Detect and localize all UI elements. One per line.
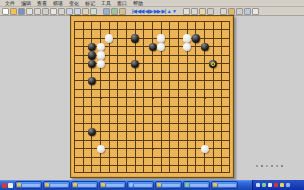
white-stone-D15	[96, 51, 104, 59]
menu-item-7[interactable]: 窗口	[114, 0, 130, 6]
edit-mode-icon[interactable]	[103, 8, 110, 15]
taskbar-button-text	[78, 184, 96, 187]
quick-launch	[0, 183, 15, 188]
variation-up-icon[interactable]: ▲	[167, 8, 171, 15]
menu-item-5[interactable]: 标记	[82, 0, 98, 6]
new-file-icon[interactable]	[2, 8, 9, 15]
black-stone-H14	[131, 60, 139, 68]
variation-down-icon[interactable]: ▼	[172, 8, 176, 15]
black-stone-C12	[88, 77, 96, 85]
tray-icon-3[interactable]	[268, 183, 272, 187]
forward-10-moves-icon[interactable]: ▶▶	[154, 8, 161, 15]
folder-yellow-icon	[157, 183, 161, 187]
tray-icon-2[interactable]	[262, 183, 266, 187]
white-stone-D14	[96, 60, 104, 68]
taskbar-button-text	[22, 184, 40, 187]
copy-icon[interactable]	[50, 8, 57, 15]
white-stone-D16	[96, 43, 104, 51]
taskbar-button-text	[134, 184, 152, 187]
menu-item-6[interactable]: 工具	[98, 0, 114, 6]
black-stone-R14	[209, 60, 217, 68]
folder-yellow-icon	[101, 183, 105, 187]
score-icon[interactable]	[199, 8, 206, 15]
black-stone-O17	[192, 34, 200, 42]
menu-item-4[interactable]: 变化	[66, 0, 82, 6]
forward-one-move-icon[interactable]: ▶	[149, 8, 152, 15]
letter-mode-icon[interactable]	[119, 8, 126, 15]
white-stone-E17	[105, 34, 113, 42]
white-stone-Q4	[200, 144, 208, 152]
board-overlay	[74, 21, 231, 174]
taskbar-button-text	[190, 184, 208, 187]
taskbar-button-text	[106, 184, 124, 187]
taskbar-button-1[interactable]	[43, 181, 70, 189]
preview-icon[interactable]	[34, 8, 41, 15]
desktop-strip-dot	[276, 165, 278, 167]
app-blue-icon	[129, 183, 133, 187]
toolbar-group-navigation: |◀◀◀◀▶▶▶▶|▲▼	[132, 8, 178, 15]
white-stone-L17	[157, 34, 165, 42]
back-one-move-icon[interactable]: ◀	[145, 8, 148, 15]
sound-icon[interactable]	[236, 8, 243, 15]
taskbar-button-text	[162, 184, 180, 187]
menu-item-0[interactable]: 文件	[2, 0, 18, 6]
star-point	[152, 148, 154, 150]
last-move-marker	[211, 62, 215, 66]
black-stone-K16	[148, 43, 156, 51]
redo-icon[interactable]	[74, 8, 81, 15]
options-icon[interactable]	[220, 8, 227, 15]
tray-icon-6[interactable]	[286, 183, 290, 187]
folder-yellow-icon	[73, 183, 77, 187]
black-stone-H17	[131, 34, 139, 42]
white-stone-D4	[96, 144, 104, 152]
menu-item-2[interactable]: 查看	[34, 0, 50, 6]
app-green-icon	[185, 183, 189, 187]
menu-item-1[interactable]: 编辑	[18, 0, 34, 6]
taskbar-button-4[interactable]	[127, 181, 154, 189]
menu-item-3[interactable]: 棋谱	[50, 0, 66, 6]
star-point	[204, 97, 206, 99]
pass-icon[interactable]	[183, 8, 190, 15]
taskbar-button-7[interactable]	[211, 181, 238, 189]
desktop-strip-dot	[261, 165, 263, 167]
taskbar	[0, 180, 304, 190]
count-icon[interactable]	[191, 8, 198, 15]
move-tree-icon[interactable]	[90, 8, 97, 15]
undo-icon[interactable]	[66, 8, 73, 15]
taskbar-button-6[interactable]	[183, 181, 210, 189]
clock-icon[interactable]	[207, 8, 214, 15]
taskbar-button-text	[218, 184, 236, 187]
desktop-strip-dot	[281, 165, 283, 167]
black-stone-C14	[88, 60, 96, 68]
tray-icon-5[interactable]	[280, 183, 284, 187]
go-board[interactable]	[70, 15, 234, 178]
desktop-strip	[256, 164, 302, 168]
quicklaunch-red-icon[interactable]	[2, 183, 7, 188]
black-stone-C6	[88, 128, 96, 136]
about-icon[interactable]	[244, 8, 251, 15]
menu-bar: 文件编辑查看棋谱变化标记工具窗口帮助	[0, 0, 304, 7]
white-stone-N16	[183, 43, 191, 51]
game-info-icon[interactable]	[82, 8, 89, 15]
taskbar-button-text	[50, 184, 68, 187]
quicklaunch-white-icon[interactable]	[8, 183, 13, 188]
print-icon[interactable]	[26, 8, 33, 15]
save-icon[interactable]	[18, 8, 25, 15]
folder-yellow-icon	[213, 183, 217, 187]
taskbar-button-2[interactable]	[71, 181, 98, 189]
goto-end-icon[interactable]: ▶|	[161, 8, 165, 15]
screen: 文件编辑查看棋谱变化标记工具窗口帮助 |◀◀◀◀▶▶▶▶|▲▼	[0, 0, 304, 190]
toolbar-group-tools	[183, 8, 215, 15]
taskbar-button-5[interactable]	[155, 181, 182, 189]
desktop-strip-dot	[256, 165, 258, 167]
toolbar-group-mode	[103, 8, 127, 15]
white-stone-N17	[183, 34, 191, 42]
back-10-moves-icon[interactable]: ◀◀	[137, 8, 144, 15]
taskbar-button-3[interactable]	[99, 181, 126, 189]
folder-yellow-icon	[17, 183, 21, 187]
system-tray	[252, 180, 304, 190]
toolbar-group-misc	[220, 8, 260, 15]
star-point	[152, 97, 154, 99]
mark-mode-icon[interactable]	[111, 8, 118, 15]
tray-icon-1[interactable]	[256, 183, 260, 187]
desktop-strip-dot	[271, 165, 273, 167]
menu-item-8[interactable]: 帮助	[130, 0, 146, 6]
open-folder-icon[interactable]	[10, 8, 17, 15]
task-buttons	[15, 181, 250, 189]
black-stone-C16	[88, 43, 96, 51]
folder-yellow-icon	[45, 183, 49, 187]
black-stone-C15	[88, 51, 96, 59]
taskbar-button-0[interactable]	[15, 181, 42, 189]
desktop-strip-dot	[266, 165, 268, 167]
paste-icon[interactable]	[58, 8, 65, 15]
cut-icon[interactable]	[42, 8, 49, 15]
board-color-icon[interactable]	[228, 8, 235, 15]
goto-start-icon[interactable]: |◀	[132, 8, 136, 15]
mouse-cursor-dot	[133, 91, 135, 93]
help-icon[interactable]	[252, 8, 259, 15]
black-stone-Q16	[200, 43, 208, 51]
toolbar-group-file-edit	[2, 8, 98, 15]
white-stone-L16	[157, 43, 165, 51]
tray-red-icon[interactable]	[274, 183, 278, 187]
star-point	[100, 97, 102, 99]
